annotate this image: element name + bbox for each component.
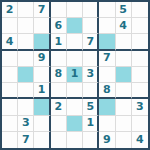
cell-r8c1[interactable]: [2, 116, 18, 132]
cell-r7c1[interactable]: [2, 99, 18, 115]
cell-r3c8[interactable]: [116, 34, 132, 50]
cell-r5c9[interactable]: [132, 67, 148, 83]
cell-r2c7[interactable]: [99, 18, 115, 34]
cell-r2c9[interactable]: [132, 18, 148, 34]
cell-r7c7[interactable]: [99, 99, 115, 115]
cell-r8c4[interactable]: [51, 116, 67, 132]
cell-r4c6[interactable]: [83, 51, 99, 67]
cell-r5c7[interactable]: [99, 67, 115, 83]
cell-r1c9[interactable]: [132, 2, 148, 18]
cell-r9c2[interactable]: 7: [18, 132, 34, 148]
cell-r2c6[interactable]: [83, 18, 99, 34]
cell-r4c3[interactable]: 9: [34, 51, 50, 67]
cell-r8c6[interactable]: 1: [83, 116, 99, 132]
cell-r8c3[interactable]: [34, 116, 50, 132]
cell-r3c5[interactable]: [67, 34, 83, 50]
cell-r1c7[interactable]: [99, 2, 115, 18]
cell-r1c6[interactable]: [83, 2, 99, 18]
cell-r3c4[interactable]: 1: [51, 34, 67, 50]
cell-r4c5[interactable]: [67, 51, 83, 67]
cell-r7c4[interactable]: 2: [51, 99, 67, 115]
cell-r4c1[interactable]: [2, 51, 18, 67]
cell-r6c4[interactable]: [51, 83, 67, 99]
cell-r3c3[interactable]: [34, 34, 50, 50]
cell-r8c9[interactable]: [132, 116, 148, 132]
cell-r5c3[interactable]: [34, 67, 50, 83]
cell-r7c9[interactable]: 3: [132, 99, 148, 115]
cell-r6c7[interactable]: 8: [99, 83, 115, 99]
cell-r6c9[interactable]: [132, 83, 148, 99]
cell-r1c5[interactable]: [67, 2, 83, 18]
cell-r5c6[interactable]: 3: [83, 67, 99, 83]
cell-r3c6[interactable]: 7: [83, 34, 99, 50]
cell-r1c8[interactable]: 5: [116, 2, 132, 18]
cell-r8c5[interactable]: [67, 116, 83, 132]
cell-r2c3[interactable]: [34, 18, 50, 34]
cell-r1c3[interactable]: 7: [34, 2, 50, 18]
cell-r5c4[interactable]: 8: [51, 67, 67, 83]
cell-r5c8[interactable]: [116, 67, 132, 83]
cell-r9c3[interactable]: [34, 132, 50, 148]
cell-r1c2[interactable]: [18, 2, 34, 18]
cell-r3c1[interactable]: 4: [2, 34, 18, 50]
cell-r2c2[interactable]: [18, 18, 34, 34]
cell-r7c6[interactable]: 5: [83, 99, 99, 115]
cell-r9c1[interactable]: [2, 132, 18, 148]
cell-r8c8[interactable]: [116, 116, 132, 132]
cell-r3c9[interactable]: [132, 34, 148, 50]
cell-r7c3[interactable]: [34, 99, 50, 115]
cell-r6c6[interactable]: [83, 83, 99, 99]
cell-r9c5[interactable]: [67, 132, 83, 148]
cell-r7c8[interactable]: [116, 99, 132, 115]
cell-r6c2[interactable]: [18, 83, 34, 99]
cell-r9c9[interactable]: 4: [132, 132, 148, 148]
cell-r8c2[interactable]: 3: [18, 116, 34, 132]
cell-r1c4[interactable]: [51, 2, 67, 18]
cell-r4c7[interactable]: 7: [99, 51, 115, 67]
cell-r6c1[interactable]: [2, 83, 18, 99]
cell-r6c3[interactable]: 1: [34, 83, 50, 99]
cell-r1c1[interactable]: 2: [2, 2, 18, 18]
cell-r9c7[interactable]: 9: [99, 132, 115, 148]
cell-r2c4[interactable]: 6: [51, 18, 67, 34]
cell-r5c2[interactable]: [18, 67, 34, 83]
sudoku-board: 27564417978131825331794: [0, 0, 150, 150]
cell-r5c5[interactable]: 1: [67, 67, 83, 83]
cell-r4c9[interactable]: [132, 51, 148, 67]
cell-r6c8[interactable]: [116, 83, 132, 99]
cell-r2c8[interactable]: 4: [116, 18, 132, 34]
cell-r5c1[interactable]: [2, 67, 18, 83]
cell-r2c5[interactable]: [67, 18, 83, 34]
cell-r2c1[interactable]: [2, 18, 18, 34]
cell-r9c6[interactable]: [83, 132, 99, 148]
cell-r9c8[interactable]: [116, 132, 132, 148]
cell-r7c2[interactable]: [18, 99, 34, 115]
cell-r3c7[interactable]: [99, 34, 115, 50]
cell-r4c8[interactable]: [116, 51, 132, 67]
cell-r4c2[interactable]: [18, 51, 34, 67]
cell-r7c5[interactable]: [67, 99, 83, 115]
cell-r3c2[interactable]: [18, 34, 34, 50]
cell-r4c4[interactable]: [51, 51, 67, 67]
cell-r6c5[interactable]: [67, 83, 83, 99]
cell-r8c7[interactable]: [99, 116, 115, 132]
cell-r9c4[interactable]: [51, 132, 67, 148]
